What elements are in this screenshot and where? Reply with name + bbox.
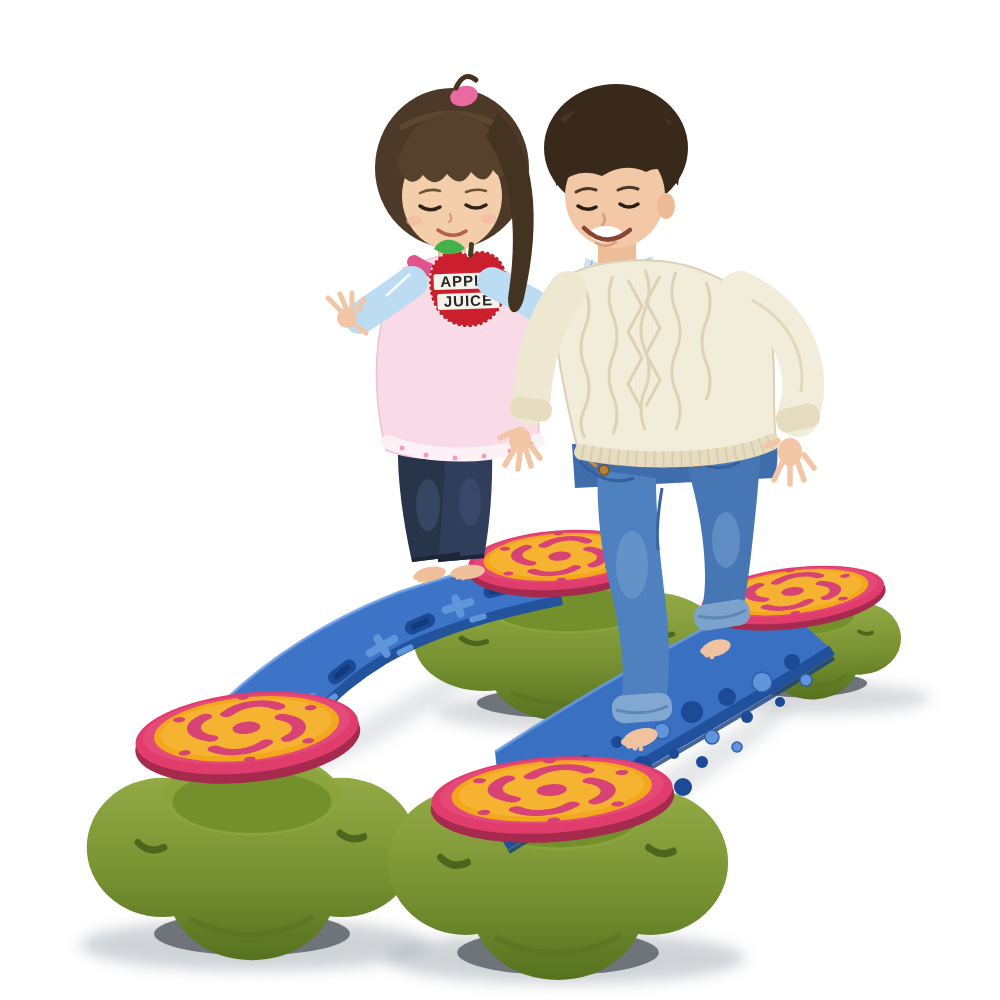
scene: APPLE JUICE [0,0,1000,1000]
boy-jeans-grommet-left [599,465,609,475]
product-photo: APPLE JUICE [0,0,1000,1000]
boy-ear [657,193,675,219]
boy-sweater [509,260,822,462]
